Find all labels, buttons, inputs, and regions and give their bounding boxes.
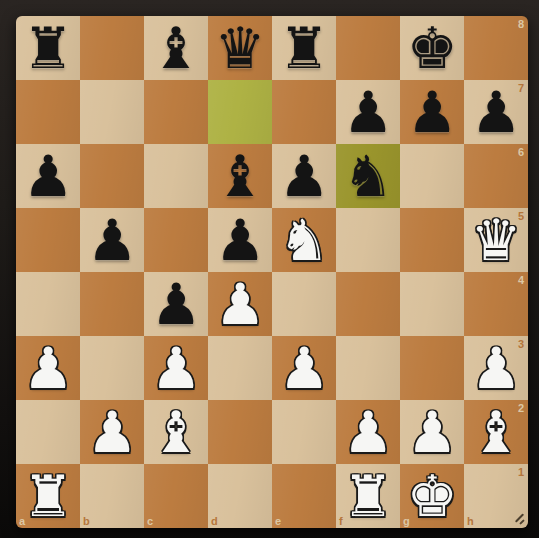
piece-white-rook[interactable]: ♜	[342, 464, 393, 528]
piece-white-pawn[interactable]: ♟	[278, 336, 329, 400]
piece-white-bishop[interactable]: ♝	[150, 400, 201, 464]
piece-white-pawn[interactable]: ♟	[470, 336, 521, 400]
square-d6[interactable]: ♝	[208, 144, 272, 208]
piece-black-pawn[interactable]: ♟	[406, 80, 457, 144]
square-a7[interactable]	[16, 80, 80, 144]
file-label-d: d	[211, 515, 218, 527]
square-h8[interactable]: 8	[464, 16, 528, 80]
piece-white-pawn[interactable]: ♟	[22, 336, 73, 400]
square-b6[interactable]	[80, 144, 144, 208]
square-e5[interactable]: ♞	[272, 208, 336, 272]
square-h7[interactable]: ♟7	[464, 80, 528, 144]
square-b3[interactable]	[80, 336, 144, 400]
square-e2[interactable]	[272, 400, 336, 464]
file-label-h: h	[467, 515, 474, 527]
square-d8[interactable]: ♛	[208, 16, 272, 80]
square-h3[interactable]: ♟3	[464, 336, 528, 400]
piece-white-bishop[interactable]: ♝	[470, 400, 521, 464]
square-a3[interactable]: ♟	[16, 336, 80, 400]
square-c7[interactable]	[144, 80, 208, 144]
square-f2[interactable]: ♟	[336, 400, 400, 464]
square-d7[interactable]	[208, 80, 272, 144]
rank-label-6: 6	[518, 146, 524, 158]
resize-handle-icon[interactable]	[512, 512, 525, 525]
file-label-c: c	[147, 515, 153, 527]
square-d2[interactable]	[208, 400, 272, 464]
square-e7[interactable]	[272, 80, 336, 144]
square-a4[interactable]	[16, 272, 80, 336]
square-a8[interactable]: ♜	[16, 16, 80, 80]
piece-white-pawn[interactable]: ♟	[86, 400, 137, 464]
square-e3[interactable]: ♟	[272, 336, 336, 400]
square-c6[interactable]	[144, 144, 208, 208]
rank-label-4: 4	[518, 274, 524, 286]
square-e8[interactable]: ♜	[272, 16, 336, 80]
square-d1[interactable]: d	[208, 464, 272, 528]
piece-black-pawn[interactable]: ♟	[278, 144, 329, 208]
square-e6[interactable]: ♟	[272, 144, 336, 208]
square-h4[interactable]: 4	[464, 272, 528, 336]
square-a5[interactable]	[16, 208, 80, 272]
piece-black-pawn[interactable]: ♟	[342, 80, 393, 144]
square-h2[interactable]: ♝2	[464, 400, 528, 464]
square-c4[interactable]: ♟	[144, 272, 208, 336]
square-d5[interactable]: ♟	[208, 208, 272, 272]
piece-white-queen[interactable]: ♛	[470, 208, 521, 272]
piece-black-pawn[interactable]: ♟	[470, 80, 521, 144]
square-b8[interactable]	[80, 16, 144, 80]
piece-black-rook[interactable]: ♜	[22, 16, 73, 80]
square-f5[interactable]	[336, 208, 400, 272]
square-c3[interactable]: ♟	[144, 336, 208, 400]
square-c5[interactable]	[144, 208, 208, 272]
piece-black-pawn[interactable]: ♟	[214, 208, 265, 272]
piece-black-bishop[interactable]: ♝	[214, 144, 265, 208]
square-b5[interactable]: ♟	[80, 208, 144, 272]
file-label-b: b	[83, 515, 90, 527]
piece-black-pawn[interactable]: ♟	[150, 272, 201, 336]
square-h5[interactable]: ♛5	[464, 208, 528, 272]
square-f1[interactable]: ♜f	[336, 464, 400, 528]
piece-black-pawn[interactable]: ♟	[86, 208, 137, 272]
piece-black-pawn[interactable]: ♟	[22, 144, 73, 208]
piece-white-pawn[interactable]: ♟	[406, 400, 457, 464]
square-c8[interactable]: ♝	[144, 16, 208, 80]
piece-black-rook[interactable]: ♜	[278, 16, 329, 80]
square-f3[interactable]	[336, 336, 400, 400]
piece-black-queen[interactable]: ♛	[214, 16, 265, 80]
square-e1[interactable]: e	[272, 464, 336, 528]
square-g1[interactable]: ♚g	[400, 464, 464, 528]
rank-label-1: 1	[518, 466, 524, 478]
piece-black-king[interactable]: ♚	[406, 16, 457, 80]
square-b1[interactable]: b	[80, 464, 144, 528]
piece-white-king[interactable]: ♚	[406, 464, 457, 528]
square-b2[interactable]: ♟	[80, 400, 144, 464]
app-background: ♜♝♛♜♚8♟♟♟7♟♝♟♞6♟♟♞♛5♟♟4♟♟♟♟3♟♝♟♟♝2♜abcde…	[0, 0, 539, 538]
piece-white-pawn[interactable]: ♟	[214, 272, 265, 336]
square-g2[interactable]: ♟	[400, 400, 464, 464]
square-g4[interactable]	[400, 272, 464, 336]
square-g3[interactable]	[400, 336, 464, 400]
square-g7[interactable]: ♟	[400, 80, 464, 144]
piece-white-rook[interactable]: ♜	[22, 464, 73, 528]
square-f6[interactable]: ♞	[336, 144, 400, 208]
square-d4[interactable]: ♟	[208, 272, 272, 336]
square-e4[interactable]	[272, 272, 336, 336]
rank-label-8: 8	[518, 18, 524, 30]
square-f8[interactable]	[336, 16, 400, 80]
chess-board: ♜♝♛♜♚8♟♟♟7♟♝♟♞6♟♟♞♛5♟♟4♟♟♟♟3♟♝♟♟♝2♜abcde…	[16, 16, 528, 528]
square-c1[interactable]: c	[144, 464, 208, 528]
square-g8[interactable]: ♚	[400, 16, 464, 80]
square-f7[interactable]: ♟	[336, 80, 400, 144]
square-a6[interactable]: ♟	[16, 144, 80, 208]
square-c2[interactable]: ♝	[144, 400, 208, 464]
square-f4[interactable]	[336, 272, 400, 336]
square-d3[interactable]	[208, 336, 272, 400]
piece-black-knight[interactable]: ♞	[342, 144, 393, 208]
square-g6[interactable]	[400, 144, 464, 208]
file-label-e: e	[275, 515, 281, 527]
square-b7[interactable]	[80, 80, 144, 144]
square-a1[interactable]: ♜a	[16, 464, 80, 528]
piece-white-pawn[interactable]: ♟	[150, 336, 201, 400]
square-a2[interactable]	[16, 400, 80, 464]
square-g5[interactable]	[400, 208, 464, 272]
piece-black-bishop[interactable]: ♝	[150, 16, 201, 80]
square-h6[interactable]: 6	[464, 144, 528, 208]
piece-white-knight[interactable]: ♞	[278, 208, 329, 272]
square-b4[interactable]	[80, 272, 144, 336]
piece-white-pawn[interactable]: ♟	[342, 400, 393, 464]
